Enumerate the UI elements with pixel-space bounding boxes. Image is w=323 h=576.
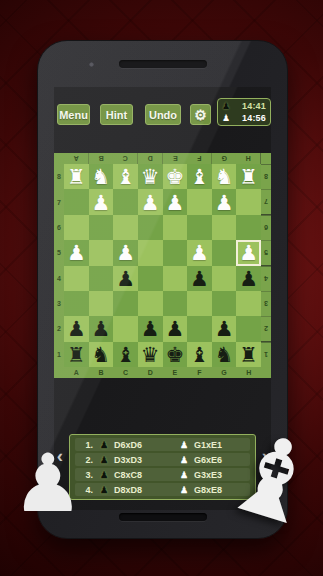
piece-white-rook: ♜ [67, 166, 86, 187]
square-h5[interactable]: ♟ [236, 240, 261, 265]
board-frame-corner [54, 153, 64, 164]
piece-black-pawn: ♟ [215, 318, 234, 339]
piece-white-rook: ♜ [239, 166, 258, 187]
square-c6[interactable] [113, 215, 138, 240]
square-e1[interactable]: ♚ [163, 342, 188, 367]
file-label-bottom-b: B [89, 367, 114, 378]
square-h1[interactable]: ♜ [236, 342, 261, 367]
white-pawn-icon: ♟ [176, 440, 192, 450]
square-f2[interactable] [187, 316, 212, 341]
file-label-top-f: F [187, 153, 212, 164]
piece-black-knight: ♞ [215, 344, 234, 365]
piece-white-pawn: ♟ [165, 192, 184, 213]
move-row-2[interactable]: 2.♟D3xD3♟G6xE6 [75, 453, 250, 466]
square-e7[interactable]: ♟ [163, 189, 188, 214]
black-pawn-icon: ♟ [96, 455, 112, 465]
square-d2[interactable]: ♟ [138, 316, 163, 341]
move-row-1[interactable]: 1.♟D6xD6♟G1xE1 [75, 438, 250, 451]
square-e8[interactable]: ♚ [163, 164, 188, 189]
piece-black-king: ♚ [165, 344, 184, 365]
square-d7[interactable]: ♟ [138, 189, 163, 214]
movelist-prev-button[interactable]: ‹ [54, 445, 66, 467]
square-a1[interactable]: ♜ [64, 342, 89, 367]
phone-bottom-speaker [119, 513, 207, 521]
rank-label-right-4: 4 [261, 266, 271, 291]
settings-gear-button[interactable]: ⚙ [190, 104, 211, 125]
board-frame-corner [261, 367, 271, 378]
piece-white-bishop: ♝ [190, 166, 209, 187]
square-e2[interactable]: ♟ [163, 316, 188, 341]
white-pawn-icon: ♟ [176, 470, 192, 480]
square-e3[interactable] [163, 291, 188, 316]
piece-white-pawn: ♟ [67, 242, 86, 263]
square-f5[interactable]: ♟ [187, 240, 212, 265]
piece-white-queen: ♛ [141, 166, 160, 187]
black-pawn-icon: ♟ [96, 470, 112, 480]
piece-white-pawn: ♟ [92, 192, 111, 213]
square-f4[interactable]: ♟ [187, 266, 212, 291]
piece-black-rook: ♜ [239, 344, 258, 365]
square-h4[interactable]: ♟ [236, 266, 261, 291]
white-pawn-icon: ♟ [176, 455, 192, 465]
piece-white-knight: ♞ [92, 166, 111, 187]
rank-label-left-3: 3 [54, 291, 64, 316]
hint-button[interactable]: Hint [100, 104, 133, 125]
movelist-next-button[interactable]: › [259, 445, 271, 467]
app-screen: Menu Hint Undo ⚙ ♟ 14:41 ♟ 14:56 ABCDEFG… [54, 87, 271, 510]
phone-speaker [119, 60, 207, 68]
square-f8[interactable]: ♝ [187, 164, 212, 189]
square-g1[interactable]: ♞ [212, 342, 237, 367]
black-time: 14:41 [242, 101, 266, 111]
menu-button[interactable]: Menu [57, 104, 90, 125]
square-g6[interactable] [212, 215, 237, 240]
piece-white-pawn: ♟ [239, 242, 258, 263]
piece-white-king: ♚ [165, 166, 184, 187]
file-label-top-b: B [89, 153, 114, 164]
square-h8[interactable]: ♜ [236, 164, 261, 189]
black-move: D8xD8 [112, 485, 176, 495]
undo-button[interactable]: Undo [145, 104, 181, 125]
move-row-4[interactable]: 4.♟D8xD8♟G8xE8 [75, 483, 250, 496]
rank-label-left-8: 8 [54, 164, 64, 189]
rank-label-left-4: 4 [54, 266, 64, 291]
square-c7[interactable] [113, 189, 138, 214]
white-move: G1xE1 [192, 440, 222, 450]
file-label-top-d: D [138, 153, 163, 164]
square-b1[interactable]: ♞ [89, 342, 114, 367]
file-label-bottom-h: H [236, 367, 261, 378]
square-b4[interactable] [89, 266, 114, 291]
rank-label-left-2: 2 [54, 316, 64, 341]
piece-black-queen: ♛ [141, 344, 160, 365]
square-d6[interactable] [138, 215, 163, 240]
piece-black-bishop: ♝ [190, 344, 209, 365]
black-pawn-icon: ♟ [96, 485, 112, 495]
square-g8[interactable]: ♞ [212, 164, 237, 189]
piece-white-pawn: ♟ [190, 242, 209, 263]
rank-label-right-6: 6 [261, 215, 271, 240]
square-d8[interactable]: ♛ [138, 164, 163, 189]
rank-label-left-5: 5 [54, 240, 64, 265]
move-number: 2. [75, 455, 96, 465]
square-g2[interactable]: ♟ [212, 316, 237, 341]
square-f7[interactable] [187, 189, 212, 214]
piece-black-pawn: ♟ [116, 268, 135, 289]
file-label-top-c: C [113, 153, 138, 164]
square-a5[interactable]: ♟ [64, 240, 89, 265]
square-a7[interactable] [64, 189, 89, 214]
file-label-top-a: A [64, 153, 89, 164]
piece-black-knight: ♞ [92, 344, 111, 365]
move-row-3[interactable]: 3.♟C8xC8♟G3xE3 [75, 468, 250, 481]
piece-black-pawn: ♟ [190, 268, 209, 289]
piece-black-rook: ♜ [67, 344, 86, 365]
board-frame-corner [261, 153, 271, 164]
move-number: 4. [75, 485, 96, 495]
square-f3[interactable] [187, 291, 212, 316]
rank-label-right-2: 2 [261, 316, 271, 341]
square-a3[interactable] [64, 291, 89, 316]
square-a4[interactable] [64, 266, 89, 291]
square-c5[interactable]: ♟ [113, 240, 138, 265]
chess-board: ABCDEFGH8♜♞♝♛♚♝♞♜87♟♟♟♟7665♟♟♟♟54♟♟♟4332… [54, 153, 271, 378]
phone-frame: Menu Hint Undo ⚙ ♟ 14:41 ♟ 14:56 ABCDEFG… [37, 40, 288, 539]
phone-camera [89, 62, 94, 67]
white-clock-row: ♟ 14:56 [222, 113, 266, 124]
piece-black-pawn: ♟ [92, 318, 111, 339]
square-d4[interactable] [138, 266, 163, 291]
file-label-bottom-c: C [113, 367, 138, 378]
square-e4[interactable] [163, 266, 188, 291]
piece-black-pawn: ♟ [67, 318, 86, 339]
rank-label-left-6: 6 [54, 215, 64, 240]
rank-label-right-8: 8 [261, 164, 271, 189]
square-d1[interactable]: ♛ [138, 342, 163, 367]
black-clock-row: ♟ 14:41 [222, 101, 266, 112]
black-pawn-icon: ♟ [96, 440, 112, 450]
rank-label-left-1: 1 [54, 342, 64, 367]
white-pawn-icon: ♟ [222, 114, 230, 123]
square-f6[interactable] [187, 215, 212, 240]
rank-label-right-1: 1 [261, 342, 271, 367]
square-b6[interactable] [89, 215, 114, 240]
piece-white-pawn: ♟ [215, 192, 234, 213]
white-move: G6xE6 [192, 455, 222, 465]
white-move: G8xE8 [192, 485, 222, 495]
square-c8[interactable]: ♝ [113, 164, 138, 189]
square-c3[interactable] [113, 291, 138, 316]
file-label-bottom-e: E [163, 367, 188, 378]
rank-label-right-7: 7 [261, 189, 271, 214]
black-move: D3xD3 [112, 455, 176, 465]
board-frame-corner [54, 367, 64, 378]
piece-white-knight: ♞ [215, 166, 234, 187]
white-move: G3xE3 [192, 470, 222, 480]
file-label-bottom-g: G [212, 367, 237, 378]
rank-label-left-7: 7 [54, 189, 64, 214]
square-h7[interactable] [236, 189, 261, 214]
game-clock: ♟ 14:41 ♟ 14:56 [217, 98, 271, 126]
white-time: 14:56 [242, 113, 266, 123]
square-g4[interactable] [212, 266, 237, 291]
square-e6[interactable] [163, 215, 188, 240]
piece-black-pawn: ♟ [165, 318, 184, 339]
file-label-bottom-f: F [187, 367, 212, 378]
square-a6[interactable] [64, 215, 89, 240]
piece-black-bishop: ♝ [116, 344, 135, 365]
square-e5[interactable] [163, 240, 188, 265]
square-a8[interactable]: ♜ [64, 164, 89, 189]
file-label-bottom-a: A [64, 367, 89, 378]
move-number: 3. [75, 470, 96, 480]
square-b7[interactable]: ♟ [89, 189, 114, 214]
square-g5[interactable] [212, 240, 237, 265]
black-pawn-icon: ♟ [222, 102, 230, 111]
white-pawn-icon: ♟ [176, 485, 192, 495]
rank-label-right-3: 3 [261, 291, 271, 316]
piece-black-pawn: ♟ [239, 268, 258, 289]
file-label-bottom-d: D [138, 367, 163, 378]
square-h3[interactable] [236, 291, 261, 316]
square-c2[interactable] [113, 316, 138, 341]
file-label-top-g: G [212, 153, 237, 164]
rank-label-right-5: 5 [261, 240, 271, 265]
square-c4[interactable]: ♟ [113, 266, 138, 291]
piece-white-bishop: ♝ [116, 166, 135, 187]
square-b8[interactable]: ♞ [89, 164, 114, 189]
square-g3[interactable] [212, 291, 237, 316]
square-b3[interactable] [89, 291, 114, 316]
square-d3[interactable] [138, 291, 163, 316]
square-b2[interactable]: ♟ [89, 316, 114, 341]
file-label-top-h: H [236, 153, 261, 164]
black-move: D6xD6 [112, 440, 176, 450]
gear-icon: ⚙ [194, 107, 207, 123]
square-g7[interactable]: ♟ [212, 189, 237, 214]
square-b5[interactable] [89, 240, 114, 265]
square-d5[interactable] [138, 240, 163, 265]
move-number: 1. [75, 440, 96, 450]
square-a2[interactable]: ♟ [64, 316, 89, 341]
square-h6[interactable] [236, 215, 261, 240]
square-h2[interactable] [236, 316, 261, 341]
square-f1[interactable]: ♝ [187, 342, 212, 367]
piece-black-pawn: ♟ [141, 318, 160, 339]
square-c1[interactable]: ♝ [113, 342, 138, 367]
black-move: C8xC8 [112, 470, 176, 480]
file-label-top-e: E [163, 153, 188, 164]
piece-white-pawn: ♟ [116, 242, 135, 263]
move-list[interactable]: 1.♟D6xD6♟G1xE12.♟D3xD3♟G6xE63.♟C8xC8♟G3x… [69, 434, 256, 500]
piece-white-pawn: ♟ [141, 192, 160, 213]
